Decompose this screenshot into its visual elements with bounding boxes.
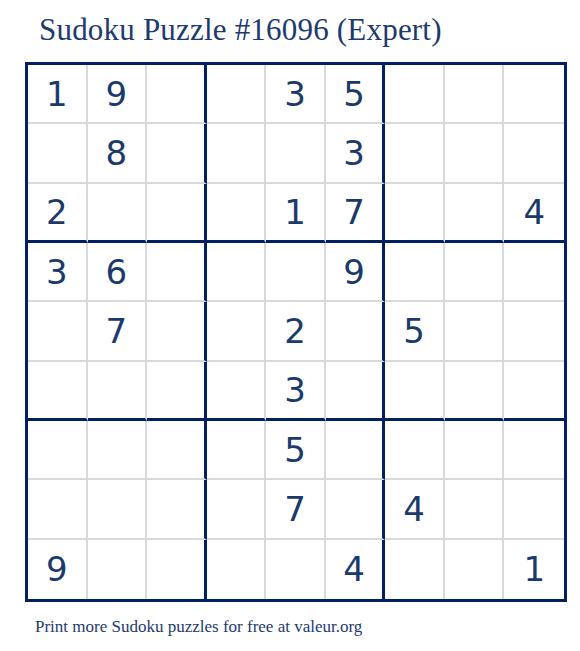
given-digit-r9c9: 1 bbox=[504, 540, 564, 599]
given-digit-r6c5: 3 bbox=[266, 362, 326, 421]
cell-r9c4 bbox=[207, 540, 267, 599]
cell-r2c7 bbox=[385, 124, 445, 183]
cell-r7c4 bbox=[207, 421, 267, 480]
given-digit-r1c6: 5 bbox=[326, 65, 386, 124]
cell-r1c8 bbox=[445, 65, 505, 124]
cell-r8c4 bbox=[207, 480, 267, 539]
given-digit-r4c6: 9 bbox=[326, 243, 386, 302]
given-digit-r7c5: 5 bbox=[266, 421, 326, 480]
cell-r7c2 bbox=[88, 421, 148, 480]
cell-r7c3 bbox=[147, 421, 207, 480]
cell-r8c3 bbox=[147, 480, 207, 539]
cell-r6c3 bbox=[147, 362, 207, 421]
cell-r5c8 bbox=[445, 302, 505, 361]
cell-r4c7 bbox=[385, 243, 445, 302]
given-digit-r9c6: 4 bbox=[326, 540, 386, 599]
given-digit-r1c2: 9 bbox=[88, 65, 148, 124]
cell-r9c5 bbox=[266, 540, 326, 599]
cell-r9c8 bbox=[445, 540, 505, 599]
given-digit-r2c6: 3 bbox=[326, 124, 386, 183]
cell-r1c7 bbox=[385, 65, 445, 124]
given-digit-r5c2: 7 bbox=[88, 302, 148, 361]
given-digit-r1c1: 1 bbox=[28, 65, 88, 124]
cell-r2c3 bbox=[147, 124, 207, 183]
cell-r6c4 bbox=[207, 362, 267, 421]
given-digit-r5c5: 2 bbox=[266, 302, 326, 361]
cell-r5c6 bbox=[326, 302, 386, 361]
cell-r3c2 bbox=[88, 184, 148, 243]
cell-r2c9 bbox=[504, 124, 564, 183]
footer-text: Print more Sudoku puzzles for free at va… bbox=[35, 617, 362, 637]
cell-r2c5 bbox=[266, 124, 326, 183]
given-digit-r8c7: 4 bbox=[385, 480, 445, 539]
cell-r3c3 bbox=[147, 184, 207, 243]
cell-r3c7 bbox=[385, 184, 445, 243]
cell-r9c2 bbox=[88, 540, 148, 599]
given-digit-r1c5: 3 bbox=[266, 65, 326, 124]
cell-r6c2 bbox=[88, 362, 148, 421]
cell-r6c9 bbox=[504, 362, 564, 421]
cell-r1c3 bbox=[147, 65, 207, 124]
cell-r1c4 bbox=[207, 65, 267, 124]
page-title: Sudoku Puzzle #16096 (Expert) bbox=[39, 12, 442, 48]
cell-r3c8 bbox=[445, 184, 505, 243]
cell-r2c4 bbox=[207, 124, 267, 183]
given-digit-r4c2: 6 bbox=[88, 243, 148, 302]
cell-r8c9 bbox=[504, 480, 564, 539]
cell-r7c8 bbox=[445, 421, 505, 480]
cell-r6c6 bbox=[326, 362, 386, 421]
cell-r9c3 bbox=[147, 540, 207, 599]
cell-r7c6 bbox=[326, 421, 386, 480]
given-digit-r2c2: 8 bbox=[88, 124, 148, 183]
cell-r6c8 bbox=[445, 362, 505, 421]
cell-r5c3 bbox=[147, 302, 207, 361]
given-digit-r3c5: 1 bbox=[266, 184, 326, 243]
cell-r2c1 bbox=[28, 124, 88, 183]
cell-r9c7 bbox=[385, 540, 445, 599]
cell-r2c8 bbox=[445, 124, 505, 183]
cell-r3c4 bbox=[207, 184, 267, 243]
cell-r5c9 bbox=[504, 302, 564, 361]
given-digit-r3c6: 7 bbox=[326, 184, 386, 243]
cell-r8c8 bbox=[445, 480, 505, 539]
cell-r4c4 bbox=[207, 243, 267, 302]
cell-r8c6 bbox=[326, 480, 386, 539]
cell-r6c7 bbox=[385, 362, 445, 421]
cell-r6c1 bbox=[28, 362, 88, 421]
cell-r4c5 bbox=[266, 243, 326, 302]
given-digit-r4c1: 3 bbox=[28, 243, 88, 302]
given-digit-r3c1: 2 bbox=[28, 184, 88, 243]
given-digit-r3c9: 4 bbox=[504, 184, 564, 243]
sudoku-board: 19358321743697253574941 bbox=[25, 62, 567, 602]
cell-r5c1 bbox=[28, 302, 88, 361]
cell-r1c9 bbox=[504, 65, 564, 124]
given-digit-r8c5: 7 bbox=[266, 480, 326, 539]
cell-r8c2 bbox=[88, 480, 148, 539]
cell-r8c1 bbox=[28, 480, 88, 539]
cell-r7c9 bbox=[504, 421, 564, 480]
given-digit-r9c1: 9 bbox=[28, 540, 88, 599]
cell-r4c3 bbox=[147, 243, 207, 302]
cell-r7c7 bbox=[385, 421, 445, 480]
cell-r4c8 bbox=[445, 243, 505, 302]
cell-r5c4 bbox=[207, 302, 267, 361]
cell-r4c9 bbox=[504, 243, 564, 302]
cell-r7c1 bbox=[28, 421, 88, 480]
given-digit-r5c7: 5 bbox=[385, 302, 445, 361]
